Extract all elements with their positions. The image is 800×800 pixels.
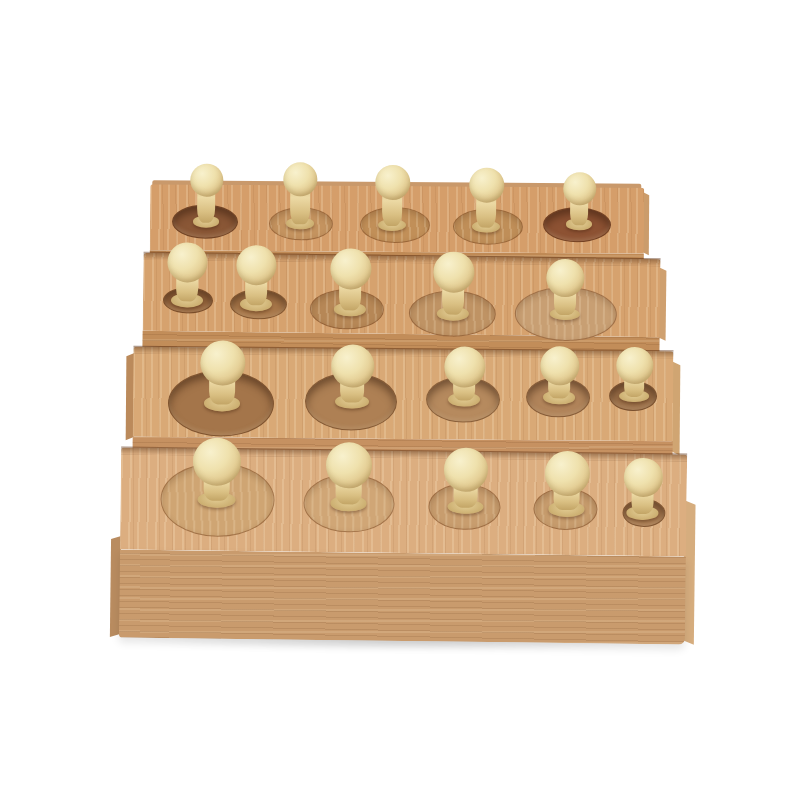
cylinder-knob-4-3[interactable] <box>443 447 488 514</box>
knob-ball <box>190 163 223 196</box>
cylinder-knob-1-3[interactable] <box>374 164 409 231</box>
cylinder-knob-3-1[interactable] <box>199 340 245 412</box>
knob-ball <box>331 344 374 387</box>
product-photo <box>0 0 800 800</box>
block-front-face <box>119 550 686 645</box>
knob-ball <box>193 437 242 486</box>
knob-ball <box>283 162 317 196</box>
knob-ball <box>167 242 207 282</box>
cylinder-knob-2-2[interactable] <box>236 245 277 311</box>
cylinder-knob-1-2[interactable] <box>283 162 317 229</box>
cylinder-knob-2-4[interactable] <box>432 251 474 321</box>
knob-ball <box>375 164 410 199</box>
cylinder-knob-2-3[interactable] <box>329 248 371 317</box>
knob-ball <box>326 442 373 489</box>
cylinder-knob-1-5[interactable] <box>562 172 595 230</box>
cylinder-block-2 <box>142 253 660 353</box>
cylinder-knob-2-1[interactable] <box>167 242 208 307</box>
cylinder-knob-3-3[interactable] <box>443 346 485 407</box>
cylinder-knob-2-5[interactable] <box>546 259 585 321</box>
knob-ball <box>236 245 276 285</box>
cylinder-knob-4-4[interactable] <box>544 450 590 517</box>
knob-ball <box>469 167 504 202</box>
cylinder-knob-1-1[interactable] <box>189 163 222 227</box>
cylinder-knob-4-1[interactable] <box>192 437 241 508</box>
cylinder-block-4 <box>119 448 687 645</box>
cylinder-knob-1-4[interactable] <box>468 167 503 233</box>
knob-ball <box>433 251 474 292</box>
knob-ball <box>546 259 584 297</box>
cylinder-knob-3-5[interactable] <box>616 346 653 402</box>
knob-ball <box>616 346 653 383</box>
cylinder-knob-4-2[interactable] <box>325 442 372 511</box>
cylinder-knob-3-2[interactable] <box>330 344 374 409</box>
knob-ball <box>444 447 489 492</box>
knob-ball <box>544 450 590 496</box>
knob-ball <box>540 346 579 385</box>
knob-ball <box>623 457 662 496</box>
knob-ball <box>563 172 596 205</box>
cylinder-knob-3-4[interactable] <box>539 346 579 404</box>
knob-ball <box>330 248 371 289</box>
cylinder-knob-4-5[interactable] <box>623 457 663 520</box>
knob-ball <box>444 346 485 387</box>
knob-ball <box>200 340 245 385</box>
